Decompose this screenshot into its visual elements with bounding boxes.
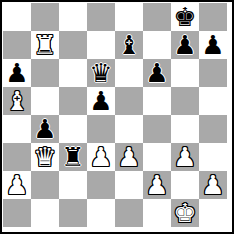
piece-black-pawn: ♟ [89,87,112,115]
square-e3[interactable]: ♟ [115,143,143,171]
square-f2[interactable]: ♟ [143,171,171,199]
piece-white-pawn: ♟ [5,171,28,199]
square-h4[interactable] [199,115,227,143]
square-e6[interactable] [115,59,143,87]
square-a5[interactable]: ♝ [3,87,31,115]
square-d2[interactable] [87,171,115,199]
square-h3[interactable] [199,143,227,171]
square-b1[interactable] [31,199,59,227]
square-f5[interactable] [143,87,171,115]
piece-black-pawn: ♟ [173,31,196,59]
chess-diagram: ♚♜♝♟♟♟♛♟♝♟♟♛♜♟♟♟♟♟♟♚ [0,0,234,234]
square-b4[interactable]: ♟ [31,115,59,143]
square-c2[interactable] [59,171,87,199]
square-f6[interactable]: ♟ [143,59,171,87]
square-d3[interactable]: ♟ [87,143,115,171]
piece-white-king: ♚ [173,199,196,227]
square-c5[interactable] [59,87,87,115]
square-h7[interactable]: ♟ [199,31,227,59]
piece-white-pawn: ♟ [145,171,168,199]
square-g4[interactable] [171,115,199,143]
square-h1[interactable] [199,199,227,227]
square-e7[interactable]: ♝ [115,31,143,59]
square-b2[interactable] [31,171,59,199]
square-h5[interactable] [199,87,227,115]
square-a2[interactable]: ♟ [3,171,31,199]
square-e1[interactable] [115,199,143,227]
piece-black-pawn: ♟ [33,115,56,143]
square-c8[interactable] [59,3,87,31]
square-d5[interactable]: ♟ [87,87,115,115]
piece-white-bishop: ♝ [5,87,28,115]
square-b8[interactable] [31,3,59,31]
square-c3[interactable]: ♜ [59,143,87,171]
square-g6[interactable] [171,59,199,87]
square-g5[interactable] [171,87,199,115]
piece-white-pawn: ♟ [117,143,140,171]
square-g7[interactable]: ♟ [171,31,199,59]
square-a8[interactable] [3,3,31,31]
square-a4[interactable] [3,115,31,143]
square-b6[interactable] [31,59,59,87]
square-d6[interactable]: ♛ [87,59,115,87]
piece-black-pawn: ♟ [5,59,28,87]
square-h2[interactable]: ♟ [199,171,227,199]
chess-board: ♚♜♝♟♟♟♛♟♝♟♟♛♜♟♟♟♟♟♟♚ [3,3,227,227]
square-e5[interactable] [115,87,143,115]
square-e8[interactable] [115,3,143,31]
piece-black-rook: ♜ [61,143,84,171]
square-e4[interactable] [115,115,143,143]
square-c4[interactable] [59,115,87,143]
square-g2[interactable] [171,171,199,199]
square-d1[interactable] [87,199,115,227]
square-a6[interactable]: ♟ [3,59,31,87]
square-d8[interactable] [87,3,115,31]
piece-black-king: ♚ [173,3,196,31]
square-f7[interactable] [143,31,171,59]
square-h8[interactable] [199,3,227,31]
square-g1[interactable]: ♚ [171,199,199,227]
square-f1[interactable] [143,199,171,227]
piece-white-pawn: ♟ [89,143,112,171]
square-e2[interactable] [115,171,143,199]
square-b5[interactable] [31,87,59,115]
square-g3[interactable]: ♟ [171,143,199,171]
piece-white-pawn: ♟ [173,143,196,171]
piece-black-bishop: ♝ [117,31,140,59]
piece-white-pawn: ♟ [201,171,224,199]
piece-white-rook: ♜ [33,31,56,59]
square-f3[interactable] [143,143,171,171]
piece-black-queen: ♛ [89,59,112,87]
square-c7[interactable] [59,31,87,59]
square-a7[interactable] [3,31,31,59]
square-b3[interactable]: ♛ [31,143,59,171]
piece-black-pawn: ♟ [201,31,224,59]
square-a1[interactable] [3,199,31,227]
piece-white-queen: ♛ [33,143,56,171]
square-d7[interactable] [87,31,115,59]
square-a3[interactable] [3,143,31,171]
square-c6[interactable] [59,59,87,87]
square-d4[interactable] [87,115,115,143]
square-h6[interactable] [199,59,227,87]
piece-black-pawn: ♟ [145,59,168,87]
square-f4[interactable] [143,115,171,143]
square-b7[interactable]: ♜ [31,31,59,59]
square-f8[interactable] [143,3,171,31]
square-c1[interactable] [59,199,87,227]
square-g8[interactable]: ♚ [171,3,199,31]
